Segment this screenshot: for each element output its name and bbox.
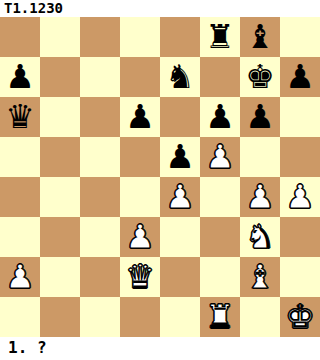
piece-black-pawn: ♟ [125, 97, 155, 137]
square-f2[interactable] [200, 257, 240, 297]
square-c5[interactable] [80, 137, 120, 177]
piece-black-king: ♚ [245, 57, 275, 97]
square-h6[interactable] [280, 97, 320, 137]
piece-black-rook: ♜ [205, 17, 235, 57]
square-h5[interactable] [280, 137, 320, 177]
square-e1[interactable] [160, 297, 200, 337]
square-a8[interactable] [0, 17, 40, 57]
square-a4[interactable] [0, 177, 40, 217]
square-a5[interactable] [0, 137, 40, 177]
square-e6[interactable] [160, 97, 200, 137]
square-f4[interactable] [200, 177, 240, 217]
square-h2[interactable] [280, 257, 320, 297]
square-d3[interactable]: ♟ [120, 217, 160, 257]
diagram-title: T1.1230 [0, 0, 320, 17]
piece-white-pawn: ♟ [205, 137, 235, 177]
square-g8[interactable]: ♝ [240, 17, 280, 57]
piece-black-pawn: ♟ [285, 57, 315, 97]
square-b5[interactable] [40, 137, 80, 177]
square-f6[interactable]: ♟ [200, 97, 240, 137]
square-e5[interactable]: ♟ [160, 137, 200, 177]
square-b4[interactable] [40, 177, 80, 217]
square-g1[interactable] [240, 297, 280, 337]
piece-black-pawn: ♟ [245, 97, 275, 137]
square-e7[interactable]: ♞ [160, 57, 200, 97]
square-a1[interactable] [0, 297, 40, 337]
square-b6[interactable] [40, 97, 80, 137]
piece-black-knight: ♞ [165, 57, 195, 97]
chess-board: ♜♝♟♞♚♟♛♟♟♟♟♟♟♟♟♟♞♟♛♝♜♚ [0, 17, 320, 337]
square-h4[interactable]: ♟ [280, 177, 320, 217]
square-e3[interactable] [160, 217, 200, 257]
square-f1[interactable]: ♜ [200, 297, 240, 337]
move-prompt: 1. ? [0, 337, 320, 360]
piece-white-pawn: ♟ [245, 177, 275, 217]
piece-white-pawn: ♟ [5, 257, 35, 297]
square-c6[interactable] [80, 97, 120, 137]
square-b8[interactable] [40, 17, 80, 57]
square-a6[interactable]: ♛ [0, 97, 40, 137]
piece-black-bishop: ♝ [245, 17, 275, 57]
square-d7[interactable] [120, 57, 160, 97]
square-h3[interactable] [280, 217, 320, 257]
piece-white-pawn: ♟ [285, 177, 315, 217]
square-f3[interactable] [200, 217, 240, 257]
square-g2[interactable]: ♝ [240, 257, 280, 297]
square-g7[interactable]: ♚ [240, 57, 280, 97]
piece-white-rook: ♜ [205, 297, 235, 337]
square-c7[interactable] [80, 57, 120, 97]
square-b2[interactable] [40, 257, 80, 297]
square-c1[interactable] [80, 297, 120, 337]
square-c4[interactable] [80, 177, 120, 217]
piece-white-queen: ♛ [125, 257, 155, 297]
square-d2[interactable]: ♛ [120, 257, 160, 297]
piece-black-pawn: ♟ [5, 57, 35, 97]
square-e2[interactable] [160, 257, 200, 297]
piece-white-bishop: ♝ [245, 257, 275, 297]
piece-black-pawn: ♟ [165, 137, 195, 177]
square-c8[interactable] [80, 17, 120, 57]
square-b7[interactable] [40, 57, 80, 97]
piece-black-pawn: ♟ [205, 97, 235, 137]
square-g3[interactable]: ♞ [240, 217, 280, 257]
square-b1[interactable] [40, 297, 80, 337]
square-g4[interactable]: ♟ [240, 177, 280, 217]
square-d4[interactable] [120, 177, 160, 217]
square-a7[interactable]: ♟ [0, 57, 40, 97]
square-a3[interactable] [0, 217, 40, 257]
square-f8[interactable]: ♜ [200, 17, 240, 57]
square-f7[interactable] [200, 57, 240, 97]
square-h7[interactable]: ♟ [280, 57, 320, 97]
piece-black-queen: ♛ [5, 97, 35, 137]
square-c3[interactable] [80, 217, 120, 257]
piece-white-knight: ♞ [245, 217, 275, 257]
square-f5[interactable]: ♟ [200, 137, 240, 177]
square-e8[interactable] [160, 17, 200, 57]
piece-white-king: ♚ [285, 297, 315, 337]
square-g6[interactable]: ♟ [240, 97, 280, 137]
square-a2[interactable]: ♟ [0, 257, 40, 297]
square-e4[interactable]: ♟ [160, 177, 200, 217]
piece-white-pawn: ♟ [125, 217, 155, 257]
square-d5[interactable] [120, 137, 160, 177]
square-h1[interactable]: ♚ [280, 297, 320, 337]
square-d1[interactable] [120, 297, 160, 337]
square-g5[interactable] [240, 137, 280, 177]
square-b3[interactable] [40, 217, 80, 257]
square-h8[interactable] [280, 17, 320, 57]
square-c2[interactable] [80, 257, 120, 297]
square-d6[interactable]: ♟ [120, 97, 160, 137]
square-d8[interactable] [120, 17, 160, 57]
piece-white-pawn: ♟ [165, 177, 195, 217]
